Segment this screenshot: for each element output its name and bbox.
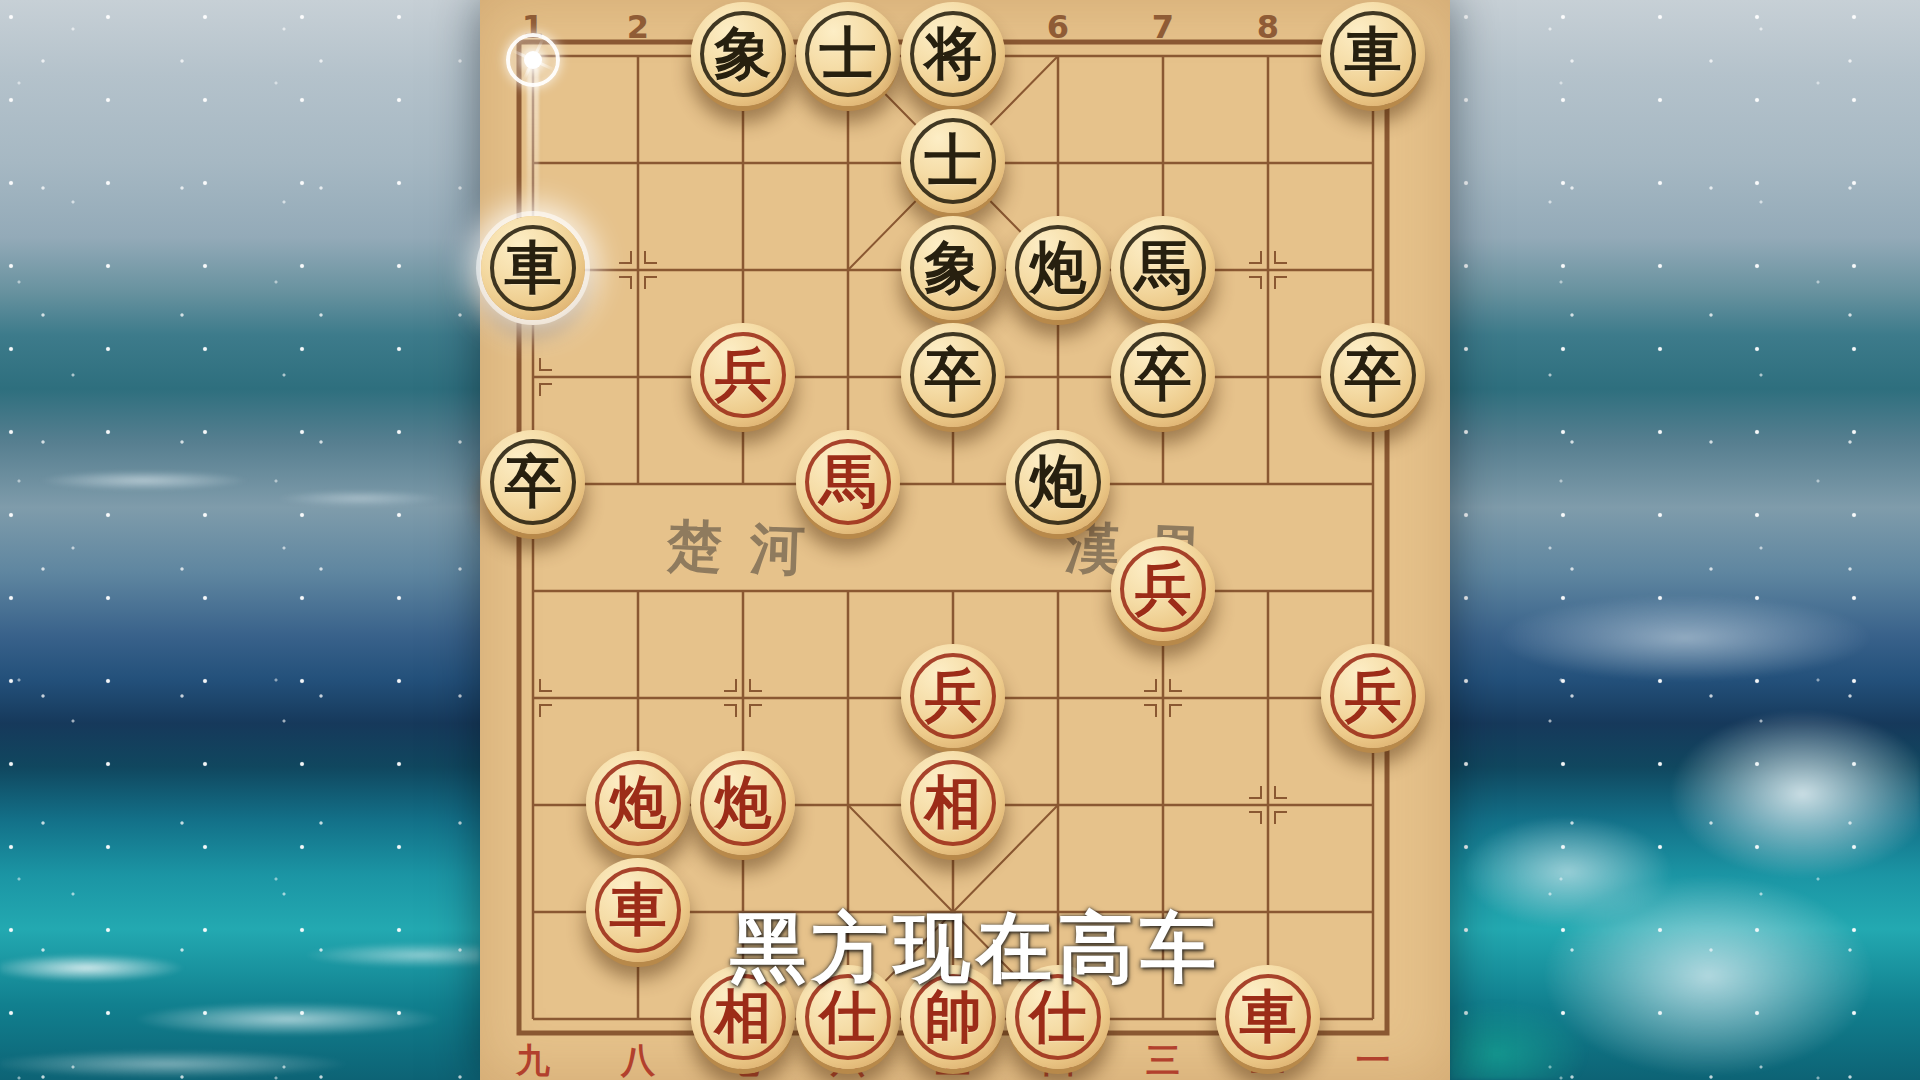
piece-black-soldier[interactable]: 卒 [481, 430, 585, 534]
piece-red-soldier[interactable]: 兵 [691, 323, 795, 427]
piece-red-elephant[interactable]: 相 [901, 751, 1005, 855]
piece-glyph: 将 [925, 24, 982, 81]
piece-red-cannon[interactable]: 炮 [691, 751, 795, 855]
sea-foam-left [0, 920, 480, 1080]
piece-glyph: 車 [1345, 24, 1402, 81]
piece-black-elephant[interactable]: 象 [691, 2, 795, 106]
piece-black-advisor[interactable]: 士 [901, 109, 1005, 213]
piece-red-soldier[interactable]: 兵 [1111, 537, 1215, 641]
sparkle-core [524, 51, 542, 69]
piece-glyph: 士 [820, 24, 877, 81]
piece-red-cannon[interactable]: 炮 [586, 751, 690, 855]
sea-foam-right [1450, 560, 1920, 1080]
piece-glyph: 士 [925, 131, 982, 188]
file-label-top-7: 7 [1152, 8, 1174, 46]
piece-glyph: 相 [925, 773, 982, 830]
piece-glyph: 兵 [925, 666, 982, 723]
piece-black-chariot[interactable]: 車 [481, 216, 585, 320]
piece-glyph: 卒 [505, 452, 562, 509]
piece-glyph: 炮 [610, 773, 667, 830]
piece-black-advisor[interactable]: 士 [796, 2, 900, 106]
subtitle-caption: 黑方现在高车 [730, 898, 1222, 1001]
file-label-bottom-2: 八 [621, 1038, 655, 1080]
piece-glyph: 兵 [1135, 559, 1192, 616]
piece-black-cannon[interactable]: 炮 [1006, 430, 1110, 534]
file-label-top-8: 8 [1257, 8, 1279, 46]
file-label-top-2: 2 [627, 8, 649, 46]
piece-red-chariot[interactable]: 車 [586, 858, 690, 962]
piece-glyph: 車 [1240, 987, 1297, 1044]
file-label-bottom-7: 三 [1146, 1038, 1180, 1080]
piece-black-general[interactable]: 将 [901, 2, 1005, 106]
piece-red-soldier[interactable]: 兵 [901, 644, 1005, 748]
piece-glyph: 馬 [1135, 238, 1192, 295]
sea-foam-left-crest [0, 440, 480, 530]
piece-black-elephant[interactable]: 象 [901, 216, 1005, 320]
piece-glyph: 卒 [925, 345, 982, 402]
last-move-origin-marker [506, 33, 560, 87]
piece-glyph: 炮 [715, 773, 772, 830]
piece-black-soldier[interactable]: 卒 [1111, 323, 1215, 427]
piece-glyph: 馬 [820, 452, 877, 509]
river-label-chu-he: 楚河 [666, 509, 834, 589]
file-label-bottom-9: 一 [1356, 1038, 1390, 1080]
piece-glyph: 兵 [1345, 666, 1402, 723]
file-label-top-6: 6 [1047, 8, 1069, 46]
piece-black-chariot[interactable]: 車 [1321, 2, 1425, 106]
piece-black-cannon[interactable]: 炮 [1006, 216, 1110, 320]
piece-black-horse[interactable]: 馬 [1111, 216, 1215, 320]
piece-black-soldier[interactable]: 卒 [901, 323, 1005, 427]
piece-glyph: 車 [610, 880, 667, 937]
piece-glyph: 象 [925, 238, 982, 295]
piece-glyph: 炮 [1030, 452, 1087, 509]
piece-glyph: 卒 [1135, 345, 1192, 402]
piece-red-soldier[interactable]: 兵 [1321, 644, 1425, 748]
piece-glyph: 象 [715, 24, 772, 81]
piece-black-soldier[interactable]: 卒 [1321, 323, 1425, 427]
file-label-bottom-1: 九 [516, 1038, 550, 1080]
piece-glyph: 炮 [1030, 238, 1087, 295]
piece-red-chariot[interactable]: 車 [1216, 965, 1320, 1069]
piece-glyph: 車 [505, 238, 562, 295]
piece-glyph: 兵 [715, 345, 772, 402]
piece-red-horse[interactable]: 馬 [796, 430, 900, 534]
piece-glyph: 卒 [1345, 345, 1402, 402]
